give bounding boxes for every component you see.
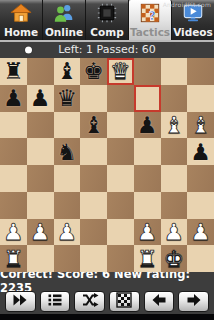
puzzle-progress-text: Left: 1 Passed: 60	[58, 42, 156, 58]
square-a5[interactable]	[0, 138, 27, 165]
square-a1[interactable]: ♜	[0, 245, 27, 272]
arrow-right-icon	[185, 291, 203, 313]
square-g1[interactable]: ♚	[161, 245, 188, 272]
tab-comp[interactable]: Comp	[86, 0, 129, 40]
square-a3[interactable]	[0, 192, 27, 219]
status-bar: Left: 1 Passed: 60	[0, 42, 214, 58]
square-c5[interactable]: ♞	[54, 138, 81, 165]
square-a2[interactable]: ♟	[0, 219, 27, 246]
square-f6[interactable]: ♟	[134, 112, 161, 139]
square-h5[interactable]: ♟	[187, 138, 214, 165]
piece-white-rook-f1: ♜	[137, 246, 158, 272]
square-a4[interactable]	[0, 165, 27, 192]
piece-white-pawn-h2: ♟	[190, 219, 211, 245]
square-b4[interactable]	[27, 165, 54, 192]
square-e8[interactable]: ♛	[107, 58, 134, 85]
square-c2[interactable]: ♟	[54, 219, 81, 246]
piece-white-king-g1: ♚	[164, 246, 185, 272]
square-h6[interactable]: ♝	[187, 112, 214, 139]
piece-black-pawn-f6: ♟	[137, 112, 158, 138]
piece-white-pawn-a2: ♟	[3, 219, 24, 245]
square-h3[interactable]	[187, 192, 214, 219]
square-e1[interactable]	[107, 245, 134, 272]
piece-black-pawn-h5: ♟	[190, 139, 211, 165]
square-h1[interactable]	[187, 245, 214, 272]
tactics-board-icon: ?	[139, 0, 161, 26]
piece-black-pawn-a7: ♟	[3, 85, 24, 111]
piece-black-queen-c7: ♛	[57, 85, 78, 111]
square-a8[interactable]: ♜	[0, 58, 27, 85]
piece-white-pawn-f2: ♟	[137, 219, 158, 245]
square-d1[interactable]	[80, 245, 107, 272]
piece-white-pawn-b2: ♟	[30, 219, 51, 245]
square-f8[interactable]	[134, 58, 161, 85]
square-h2[interactable]: ♟	[187, 219, 214, 246]
square-a6[interactable]	[0, 112, 27, 139]
square-g3[interactable]	[161, 192, 188, 219]
square-g4[interactable]	[161, 165, 188, 192]
tab-tactics-label: Tactics	[130, 26, 170, 38]
square-d3[interactable]	[80, 192, 107, 219]
white-to-move-indicator	[25, 47, 32, 54]
piece-white-queen-e8: ♛	[110, 58, 131, 84]
chip-icon	[96, 0, 118, 26]
square-b6[interactable]	[27, 112, 54, 139]
arrow-left-icon	[150, 291, 168, 313]
piece-black-knight-c5: ♞	[57, 139, 78, 165]
previous-move-button[interactable]	[144, 291, 175, 312]
people-icon	[53, 0, 75, 26]
square-b7[interactable]: ♟	[27, 85, 54, 112]
tab-bar: AndroidPit.com Home Online	[0, 0, 214, 42]
shuffle-icon	[81, 291, 99, 313]
piece-white-pawn-c2: ♟	[57, 219, 78, 245]
square-h7[interactable]	[187, 85, 214, 112]
square-d5[interactable]	[80, 138, 107, 165]
square-b8[interactable]	[27, 58, 54, 85]
square-g5[interactable]	[161, 138, 188, 165]
square-f4[interactable]	[134, 165, 161, 192]
square-d2[interactable]	[80, 219, 107, 246]
piece-black-pawn-b7: ♟	[30, 85, 51, 111]
square-e2[interactable]	[107, 219, 134, 246]
bottom-strip	[0, 314, 214, 320]
svg-text:?: ?	[149, 9, 156, 23]
square-c6[interactable]	[54, 112, 81, 139]
piece-black-king-d8: ♚	[83, 58, 104, 84]
piece-white-bishop-h6: ♝	[190, 112, 211, 138]
square-d6[interactable]: ♝	[80, 112, 107, 139]
square-e6[interactable]	[107, 112, 134, 139]
next-move-button[interactable]	[178, 291, 209, 312]
fast-forward-button[interactable]	[5, 291, 36, 312]
square-g6[interactable]: ♝	[161, 112, 188, 139]
board-button[interactable]	[109, 291, 140, 312]
square-b2[interactable]: ♟	[27, 219, 54, 246]
board-icon	[115, 291, 133, 313]
square-c7[interactable]: ♛	[54, 85, 81, 112]
square-e5[interactable]	[107, 138, 134, 165]
square-f7[interactable]	[134, 85, 161, 112]
square-f3[interactable]	[134, 192, 161, 219]
square-c1[interactable]	[54, 245, 81, 272]
tab-online-label: Online	[45, 26, 83, 38]
square-c8[interactable]: ♝	[54, 58, 81, 85]
list-icon	[46, 291, 64, 313]
square-g7[interactable]	[161, 85, 188, 112]
square-h4[interactable]	[187, 165, 214, 192]
tab-videos-label: Videos	[173, 26, 213, 38]
piece-black-rook-a8: ♜	[3, 58, 24, 84]
square-d8[interactable]: ♚	[80, 58, 107, 85]
result-bar: Correct! Score: 6 New rating: 2235	[0, 272, 214, 289]
tab-online[interactable]: Online	[43, 0, 86, 40]
watermark: AndroidPit.com	[163, 1, 211, 8]
square-e7[interactable]	[107, 85, 134, 112]
chess-board[interactable]: ♜♝♚♛♟♟♛♝♟♝♝♞♟♟♟♟♟♟♟♜♜♚	[0, 58, 214, 272]
square-f2[interactable]: ♟	[134, 219, 161, 246]
piece-white-bishop-g6: ♝	[164, 112, 185, 138]
square-f5[interactable]	[134, 138, 161, 165]
square-d7[interactable]	[80, 85, 107, 112]
square-e3[interactable]	[107, 192, 134, 219]
square-a7[interactable]: ♟	[0, 85, 27, 112]
piece-black-bishop-c8: ♝	[57, 58, 78, 84]
tab-comp-label: Comp	[90, 26, 123, 38]
piece-white-pawn-g2: ♟	[164, 219, 185, 245]
square-c3[interactable]	[54, 192, 81, 219]
home-icon	[10, 0, 32, 26]
tab-home[interactable]: Home	[0, 0, 43, 40]
piece-black-bishop-d6: ♝	[83, 112, 104, 138]
square-g8[interactable]	[161, 58, 188, 85]
fast-forward-icon	[11, 291, 29, 313]
square-h8[interactable]	[187, 58, 214, 85]
square-f1[interactable]: ♜	[134, 245, 161, 272]
square-b5[interactable]	[27, 138, 54, 165]
piece-white-rook-a1: ♜	[3, 246, 24, 272]
square-b3[interactable]	[27, 192, 54, 219]
list-button[interactable]	[40, 291, 71, 312]
square-d4[interactable]	[80, 165, 107, 192]
square-e4[interactable]	[107, 165, 134, 192]
square-b1[interactable]	[27, 245, 54, 272]
square-c4[interactable]	[54, 165, 81, 192]
tab-home-label: Home	[4, 26, 38, 38]
square-g2[interactable]: ♟	[161, 219, 188, 246]
shuffle-button[interactable]	[74, 291, 105, 312]
